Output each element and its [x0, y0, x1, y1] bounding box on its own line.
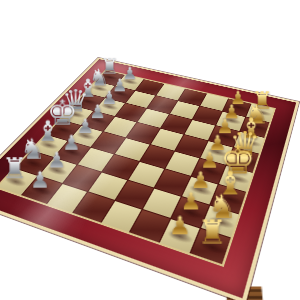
chess-set-photo: ♜♞♝♛♚♝♞♜♟♟♟♟♟♟♟♟♟♟♟♟♟♟♟♟♜♞♝♛♚♝♞♜	[0, 0, 300, 300]
chess-board: ♜♞♝♛♚♝♞♜♟♟♟♟♟♟♟♟♟♟♟♟♟♟♟♟♜♞♝♛♚♝♞♜	[0, 58, 299, 300]
piece-silver-pawn-h2[interactable]: ♟	[20, 146, 61, 191]
piece-gold-rook-h8[interactable]: ♜	[189, 197, 235, 248]
scene: ♜♞♝♛♚♝♞♜♟♟♟♟♟♟♟♟♟♟♟♟♟♟♟♟♜♞♝♛♚♝♞♜	[0, 0, 300, 300]
